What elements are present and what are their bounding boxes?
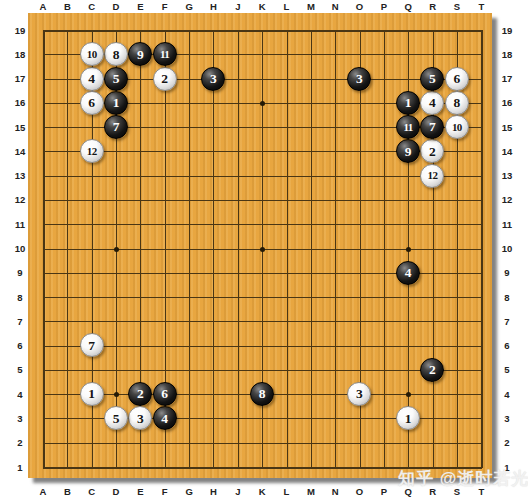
row-label-left-5: 5 <box>9 364 31 375</box>
stone-white-R13: 12 <box>420 164 444 188</box>
stone-move-number: 2 <box>429 145 436 159</box>
stone-move-number: 2 <box>161 72 168 86</box>
stone-black-F4: 6 <box>153 382 177 406</box>
stone-move-number: 11 <box>404 122 413 133</box>
stone-move-number: 3 <box>356 387 363 401</box>
col-label-bottom-A: A <box>35 486 51 497</box>
stone-move-number: 6 <box>161 387 168 401</box>
stone-white-C6: 7 <box>80 333 104 357</box>
go-diagram-root: 1234567891011121234567891011121234567812… <box>0 0 528 500</box>
stone-move-number: 7 <box>429 120 436 134</box>
stone-black-Q14: 9 <box>396 139 420 163</box>
stone-move-number: 2 <box>429 363 436 377</box>
row-label-left-2: 2 <box>9 437 31 448</box>
col-label-bottom-N: N <box>327 486 343 497</box>
stone-white-C4: 1 <box>80 382 104 406</box>
stone-black-F18: 11 <box>153 42 177 66</box>
row-label-left-12: 12 <box>9 194 31 205</box>
row-label-right-17: 17 <box>496 73 518 84</box>
row-label-right-15: 15 <box>496 122 518 133</box>
col-label-top-J: J <box>230 1 246 12</box>
row-label-right-4: 4 <box>496 389 518 400</box>
col-label-top-K: K <box>254 1 270 12</box>
stone-black-D16: 1 <box>104 91 128 115</box>
stone-white-S15: 10 <box>445 115 469 139</box>
row-label-left-16: 16 <box>9 97 31 108</box>
col-label-top-F: F <box>157 1 173 12</box>
stone-move-number: 2 <box>137 387 144 401</box>
row-label-right-14: 14 <box>496 146 518 157</box>
col-label-bottom-E: E <box>132 486 148 497</box>
row-label-left-19: 19 <box>9 25 31 36</box>
col-label-top-Q: Q <box>400 1 416 12</box>
stone-move-number: 4 <box>429 96 436 110</box>
row-label-left-10: 10 <box>9 243 31 254</box>
row-label-right-18: 18 <box>496 49 518 60</box>
stone-white-S17: 6 <box>445 67 469 91</box>
stone-grid: 1234567891011121234567891011121234567812… <box>31 18 494 479</box>
col-label-bottom-B: B <box>59 486 75 497</box>
stone-black-Q16: 1 <box>396 91 420 115</box>
col-label-top-L: L <box>279 1 295 12</box>
stone-white-Q3: 1 <box>396 406 420 430</box>
stone-move-number: 5 <box>113 412 120 426</box>
col-label-bottom-K: K <box>254 486 270 497</box>
stone-move-number: 11 <box>160 49 169 60</box>
row-label-right-2: 2 <box>496 437 518 448</box>
stone-black-D15: 7 <box>104 115 128 139</box>
row-label-left-11: 11 <box>9 219 31 230</box>
col-label-top-S: S <box>449 1 465 12</box>
col-label-bottom-L: L <box>279 486 295 497</box>
row-label-left-13: 13 <box>9 170 31 181</box>
col-label-bottom-J: J <box>230 486 246 497</box>
row-label-right-3: 3 <box>496 413 518 424</box>
row-label-left-1: 1 <box>9 462 31 473</box>
stone-move-number: 5 <box>113 72 120 86</box>
stone-move-number: 1 <box>88 387 95 401</box>
col-label-bottom-P: P <box>376 486 392 497</box>
row-label-right-12: 12 <box>496 194 518 205</box>
col-label-bottom-H: H <box>205 486 221 497</box>
stone-move-number: 12 <box>87 146 97 157</box>
col-label-top-T: T <box>473 1 489 12</box>
row-label-left-15: 15 <box>9 122 31 133</box>
stone-move-number: 4 <box>88 72 95 86</box>
stone-black-H17: 3 <box>201 67 225 91</box>
stone-black-Q9: 4 <box>396 261 420 285</box>
row-label-right-7: 7 <box>496 316 518 327</box>
row-label-right-6: 6 <box>496 340 518 351</box>
stone-black-R15: 7 <box>420 115 444 139</box>
row-label-left-17: 17 <box>9 73 31 84</box>
stone-white-D18: 8 <box>104 42 128 66</box>
stone-move-number: 3 <box>356 72 363 86</box>
col-label-top-M: M <box>303 1 319 12</box>
col-label-top-O: O <box>352 1 368 12</box>
stone-move-number: 8 <box>453 96 460 110</box>
col-label-bottom-D: D <box>108 486 124 497</box>
stone-move-number: 3 <box>210 72 217 86</box>
col-label-top-N: N <box>327 1 343 12</box>
stone-move-number: 9 <box>405 145 412 159</box>
stone-move-number: 12 <box>428 170 438 181</box>
go-board: 1234567891011121234567891011121234567812… <box>28 13 492 478</box>
stone-move-number: 6 <box>453 72 460 86</box>
stone-white-C16: 6 <box>80 91 104 115</box>
row-label-right-16: 16 <box>496 97 518 108</box>
row-label-left-8: 8 <box>9 292 31 303</box>
row-label-right-10: 10 <box>496 243 518 254</box>
stone-move-number: 10 <box>87 49 97 60</box>
stone-black-R5: 2 <box>420 358 444 382</box>
stone-move-number: 1 <box>113 96 120 110</box>
stone-white-R14: 2 <box>420 139 444 163</box>
stone-white-S16: 8 <box>445 91 469 115</box>
col-label-bottom-G: G <box>181 486 197 497</box>
row-label-right-11: 11 <box>496 219 518 230</box>
stone-white-F17: 2 <box>153 67 177 91</box>
row-label-right-13: 13 <box>496 170 518 181</box>
stone-move-number: 8 <box>113 48 120 62</box>
stone-black-O17: 3 <box>347 67 371 91</box>
stone-white-D3: 5 <box>104 406 128 430</box>
stone-move-number: 3 <box>137 412 144 426</box>
stone-white-R16: 4 <box>420 91 444 115</box>
row-label-right-5: 5 <box>496 364 518 375</box>
stone-black-E4: 2 <box>128 382 152 406</box>
col-label-top-B: B <box>59 1 75 12</box>
stone-black-D17: 5 <box>104 67 128 91</box>
row-label-right-9: 9 <box>496 267 518 278</box>
stone-black-R17: 5 <box>420 67 444 91</box>
col-label-bottom-M: M <box>303 486 319 497</box>
col-label-top-G: G <box>181 1 197 12</box>
row-label-left-6: 6 <box>9 340 31 351</box>
col-label-top-D: D <box>108 1 124 12</box>
col-label-top-R: R <box>425 1 441 12</box>
row-label-left-18: 18 <box>9 49 31 60</box>
stone-white-C18: 10 <box>80 42 104 66</box>
stone-move-number: 1 <box>405 96 412 110</box>
stone-black-K4: 8 <box>250 382 274 406</box>
col-label-top-C: C <box>84 1 100 12</box>
col-label-top-A: A <box>35 1 51 12</box>
stone-black-Q15: 11 <box>396 115 420 139</box>
stone-move-number: 5 <box>429 72 436 86</box>
stone-white-C17: 4 <box>80 67 104 91</box>
row-label-left-7: 7 <box>9 316 31 327</box>
row-label-left-4: 4 <box>9 389 31 400</box>
stone-white-E3: 3 <box>128 406 152 430</box>
col-label-bottom-O: O <box>352 486 368 497</box>
col-label-top-H: H <box>205 1 221 12</box>
stone-white-O4: 3 <box>347 382 371 406</box>
col-label-bottom-F: F <box>157 486 173 497</box>
col-label-top-P: P <box>376 1 392 12</box>
stone-move-number: 9 <box>137 48 144 62</box>
watermark: 知乎 @逝时若光 <box>398 467 528 490</box>
row-label-left-3: 3 <box>9 413 31 424</box>
stone-move-number: 4 <box>161 412 168 426</box>
stone-black-E18: 9 <box>128 42 152 66</box>
row-label-right-8: 8 <box>496 292 518 303</box>
stone-move-number: 8 <box>259 387 266 401</box>
stone-black-F3: 4 <box>153 406 177 430</box>
row-label-left-9: 9 <box>9 267 31 278</box>
stone-move-number: 4 <box>405 266 412 280</box>
stone-move-number: 7 <box>88 339 95 353</box>
stone-white-C14: 12 <box>80 139 104 163</box>
stone-move-number: 10 <box>452 122 462 133</box>
col-label-bottom-C: C <box>84 486 100 497</box>
stone-move-number: 7 <box>113 120 120 134</box>
col-label-top-E: E <box>132 1 148 12</box>
stone-move-number: 6 <box>88 96 95 110</box>
stone-move-number: 1 <box>405 412 412 426</box>
row-label-right-19: 19 <box>496 25 518 36</box>
row-label-left-14: 14 <box>9 146 31 157</box>
